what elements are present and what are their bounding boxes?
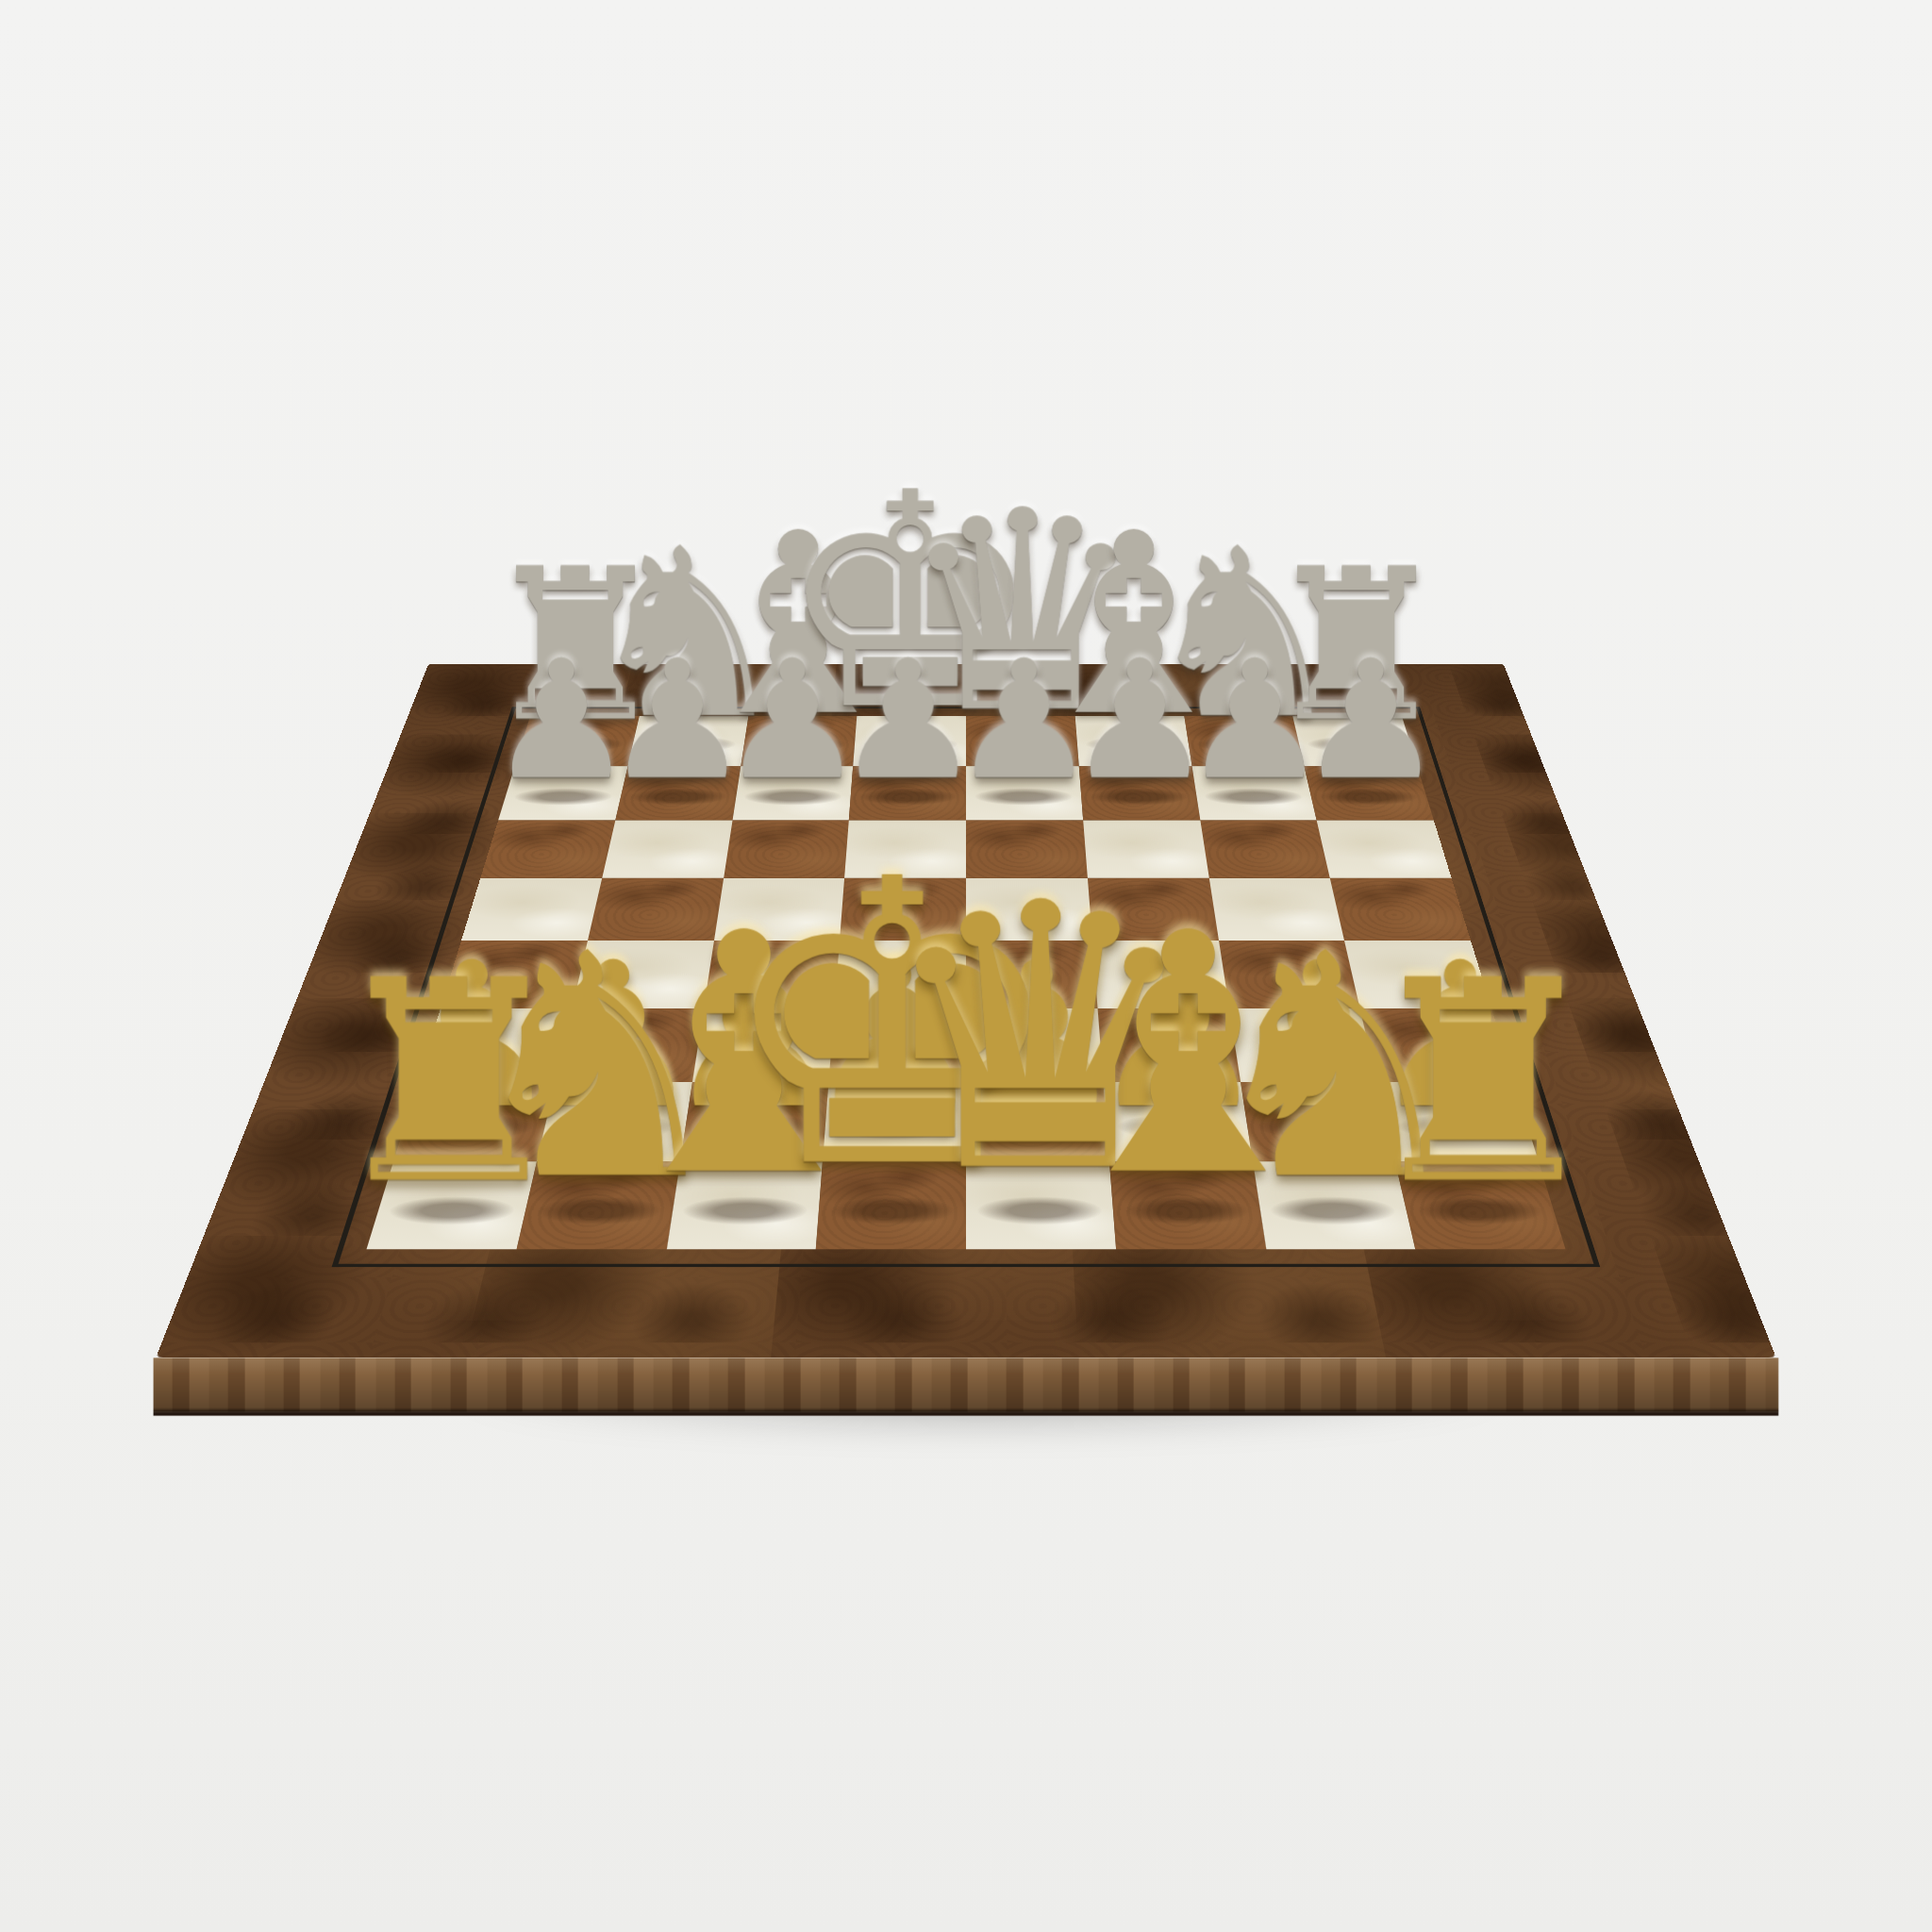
white-pawn[interactable]: ♟ bbox=[719, 640, 866, 804]
white-pawn[interactable]: ♟ bbox=[1066, 640, 1213, 804]
white-pawn[interactable]: ♟ bbox=[1297, 640, 1444, 804]
board-front-edge bbox=[154, 1357, 1779, 1415]
piece-contact-shadow bbox=[639, 737, 738, 753]
board-grid: ♜♞♝♚♛♝♞♜♟♟♟♟♟♟♟♟♟♟♟♟♟♟♟♟♜♞♝♚♛♝♞♜ bbox=[367, 716, 1566, 1249]
square-e1[interactable]: ♚ bbox=[853, 716, 966, 766]
white-knight[interactable]: ♞ bbox=[1141, 517, 1350, 751]
square-c2[interactable]: ♟ bbox=[1079, 766, 1200, 820]
piece-contact-shadow bbox=[1318, 788, 1422, 805]
white-pawn[interactable]: ♟ bbox=[1181, 640, 1328, 804]
piece-contact-shadow bbox=[1089, 788, 1190, 805]
piece-contact-shadow bbox=[527, 737, 627, 753]
white-pawn[interactable]: ♟ bbox=[603, 640, 750, 804]
square-h2[interactable]: ♟ bbox=[498, 766, 627, 820]
square-a1[interactable]: ♜ bbox=[1292, 716, 1417, 766]
piece-contact-shadow bbox=[1084, 737, 1181, 753]
white-bishop[interactable]: ♝ bbox=[687, 501, 911, 751]
square-d1[interactable]: ♛ bbox=[966, 716, 1079, 766]
white-rook[interactable]: ♜ bbox=[1262, 541, 1451, 751]
chess-board: ♜♞♝♚♛♝♞♜♟♟♟♟♟♟♟♟♟♟♟♟♟♟♟♟♜♞♝♚♛♝♞♜ bbox=[156, 664, 1776, 1358]
perspective-stage: ♜♞♝♚♛♝♞♜♟♟♟♟♟♟♟♟♟♟♟♟♟♟♟♟♜♞♝♚♛♝♞♜ bbox=[0, 0, 1932, 1932]
white-queen[interactable]: ♛ bbox=[898, 474, 1146, 751]
square-h1[interactable]: ♜ bbox=[515, 716, 640, 766]
piece-contact-shadow bbox=[626, 788, 728, 805]
piece-contact-shadow bbox=[750, 737, 847, 753]
piece-contact-shadow bbox=[1203, 788, 1305, 805]
square-c1[interactable]: ♝ bbox=[1074, 716, 1191, 766]
square-a3[interactable] bbox=[1317, 820, 1452, 877]
square-f1[interactable]: ♝ bbox=[741, 716, 858, 766]
square-b1[interactable]: ♞ bbox=[1184, 716, 1305, 766]
black-rook[interactable]: ♜ bbox=[1358, 943, 1608, 1222]
white-pawn[interactable]: ♟ bbox=[950, 640, 1097, 804]
square-g1[interactable]: ♞ bbox=[627, 716, 748, 766]
piece-contact-shadow bbox=[1194, 737, 1293, 753]
square-a8[interactable]: ♜ bbox=[1395, 1161, 1565, 1249]
white-knight[interactable]: ♞ bbox=[582, 517, 791, 751]
white-rook[interactable]: ♜ bbox=[481, 541, 670, 751]
white-king[interactable]: ♚ bbox=[777, 454, 1043, 751]
piece-contact-shadow bbox=[974, 737, 1070, 753]
piece-contact-shadow bbox=[1306, 737, 1406, 753]
white-pawn[interactable]: ♟ bbox=[488, 640, 635, 804]
white-bishop[interactable]: ♝ bbox=[1022, 501, 1246, 751]
square-a2[interactable]: ♟ bbox=[1305, 766, 1434, 820]
photo-scene: ♜♞♝♚♛♝♞♜♟♟♟♟♟♟♟♟♟♟♟♟♟♟♟♟♜♞♝♚♛♝♞♜ bbox=[0, 0, 1932, 1932]
playing-area: ♜♞♝♚♛♝♞♜♟♟♟♟♟♟♟♟♟♟♟♟♟♟♟♟♜♞♝♚♛♝♞♜ bbox=[367, 716, 1566, 1249]
square-b2[interactable]: ♟ bbox=[1191, 766, 1317, 820]
white-pawn[interactable]: ♟ bbox=[835, 640, 982, 804]
piece-contact-shadow bbox=[862, 737, 958, 753]
piece-contact-shadow bbox=[511, 788, 615, 805]
